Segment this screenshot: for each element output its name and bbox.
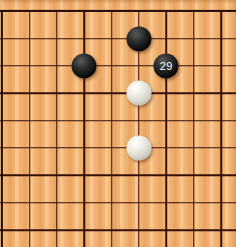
grid-line-horizontal [0,229,236,231]
grid-line-horizontal [0,202,236,204]
grid-line-vertical [56,10,58,247]
go-board[interactable]: 29 [0,0,236,247]
grid-line-vertical [111,10,113,247]
white-stone [126,135,151,160]
grid-line-vertical [1,10,3,247]
grid-line-vertical [84,10,86,247]
grid-line-horizontal [0,38,236,40]
move-number-label: 29 [160,60,173,71]
grid-line-horizontal [0,120,236,122]
grid-line-horizontal [0,65,236,67]
black-stone [72,53,97,78]
grid-line-horizontal [0,175,236,177]
black-stone [126,26,151,51]
black-stone: 29 [154,53,179,78]
grid-line-horizontal [0,147,236,149]
grid-line-vertical [29,10,31,247]
white-stone [126,81,151,106]
grid-line-vertical [220,10,222,247]
grid-line-horizontal [0,10,236,12]
grid-line-vertical [166,10,168,247]
grid-line-vertical [193,10,195,247]
grid-line-horizontal [0,93,236,95]
